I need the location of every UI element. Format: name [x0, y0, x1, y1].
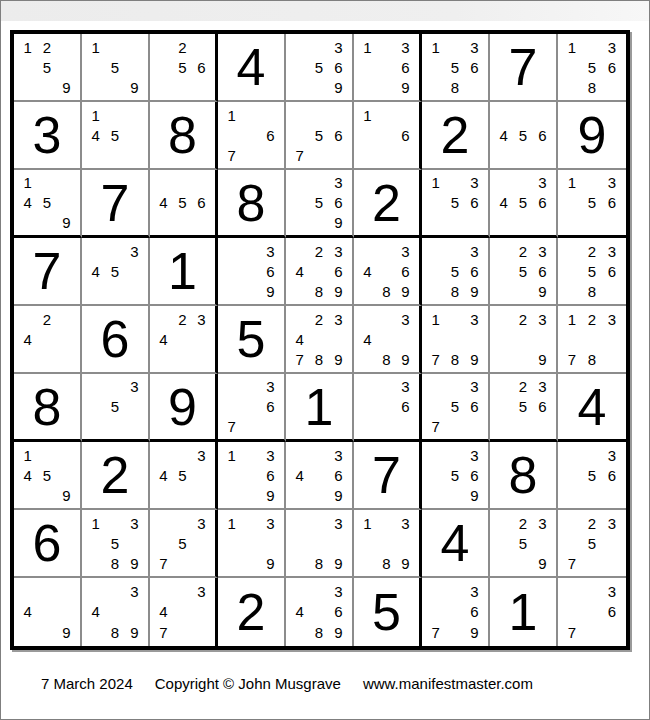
candidate-5	[309, 602, 328, 623]
cell-r5c1[interactable]: 24	[14, 306, 82, 374]
cell-r2c1[interactable]: 3	[14, 102, 82, 170]
cell-r9c9[interactable]: 367	[558, 578, 626, 646]
candidate-7: 7	[222, 416, 241, 436]
candidate-4	[562, 57, 582, 77]
candidate-9: 9	[125, 622, 144, 643]
candidate-3	[57, 173, 76, 193]
candidate-5	[513, 329, 532, 349]
solved-digit: 9	[578, 109, 607, 161]
cell-r4c1[interactable]: 7	[14, 238, 82, 306]
candidate-5: 5	[582, 261, 602, 281]
candidate-6	[329, 329, 348, 349]
candidate-4	[358, 125, 377, 145]
candidate-4	[290, 533, 309, 553]
candidate-4	[154, 57, 173, 77]
candidate-3: 3	[396, 241, 415, 261]
candidate-6	[57, 57, 76, 77]
candidate-8	[173, 77, 192, 97]
candidate-grid: 1369	[218, 442, 284, 508]
cell-r2c8[interactable]: 456	[490, 102, 558, 170]
cell-r2c6[interactable]: 16	[354, 102, 422, 170]
candidate-9	[192, 553, 211, 573]
candidate-6: 6	[261, 125, 280, 145]
cell-r7c7[interactable]: 3569	[422, 442, 490, 510]
candidate-3	[261, 105, 280, 125]
candidate-3: 3	[329, 581, 348, 602]
cell-r5c8[interactable]: 239	[490, 306, 558, 374]
candidate-3: 3	[192, 445, 211, 465]
candidate-8: 8	[309, 349, 328, 369]
cell-r2c9[interactable]: 9	[558, 102, 626, 170]
cell-r1c6[interactable]: 1369	[354, 34, 422, 102]
candidate-4	[358, 57, 377, 77]
cell-r1c1[interactable]: 1259	[14, 34, 82, 102]
candidate-3: 3	[602, 309, 622, 329]
cell-r9c6[interactable]: 5	[354, 578, 422, 646]
candidate-3	[57, 445, 76, 465]
candidate-6: 6	[329, 57, 348, 77]
candidate-3: 3	[329, 37, 348, 57]
candidate-1: 1	[222, 445, 241, 465]
solved-digit: 8	[237, 177, 266, 229]
cell-r6c4[interactable]: 367	[218, 374, 286, 442]
candidate-2: 2	[37, 309, 56, 329]
candidate-8	[173, 622, 192, 643]
candidate-grid: 167	[218, 102, 284, 168]
cell-r8c4[interactable]: 139	[218, 510, 286, 578]
candidate-6: 6	[329, 125, 348, 145]
candidate-grid: 49	[14, 578, 80, 646]
candidate-4: 4	[86, 125, 105, 145]
candidate-2	[309, 173, 328, 193]
cell-r5c3[interactable]: 234	[150, 306, 218, 374]
cell-r2c4[interactable]: 167	[218, 102, 286, 170]
candidate-1: 1	[86, 105, 105, 125]
candidate-grid: 356	[558, 442, 626, 508]
candidate-4	[562, 465, 582, 485]
header-strip	[1, 1, 649, 21]
cell-r5c4[interactable]: 5	[218, 306, 286, 374]
candidate-4	[358, 397, 377, 417]
cell-r8c1[interactable]: 6	[14, 510, 82, 578]
candidate-1: 1	[426, 173, 445, 193]
candidate-6	[192, 602, 211, 623]
cell-r2c3[interactable]: 8	[150, 102, 218, 170]
candidate-2	[173, 173, 192, 193]
candidate-4	[290, 193, 309, 213]
candidate-1	[494, 241, 513, 261]
candidate-3	[57, 581, 76, 602]
solved-digit: 9	[168, 381, 197, 433]
candidate-1	[290, 309, 309, 329]
candidate-9: 9	[396, 553, 415, 573]
candidate-8	[445, 622, 464, 643]
candidate-8	[582, 622, 602, 643]
candidate-1: 1	[222, 513, 241, 533]
candidate-9: 9	[396, 281, 415, 301]
candidate-2	[309, 513, 328, 533]
candidate-9	[602, 349, 622, 369]
candidate-5	[37, 602, 56, 623]
candidate-grid: 13568	[558, 34, 626, 100]
candidate-9	[192, 485, 211, 505]
candidate-9: 9	[329, 485, 348, 505]
cell-r7c5[interactable]: 3469	[286, 442, 354, 510]
candidate-7	[154, 349, 173, 369]
candidate-3	[192, 173, 211, 193]
candidate-2	[377, 513, 396, 533]
candidate-7	[426, 281, 445, 301]
candidate-4: 4	[290, 261, 309, 281]
cell-r6c3[interactable]: 9	[150, 374, 218, 442]
candidate-4	[426, 261, 445, 281]
candidate-3: 3	[125, 241, 144, 261]
candidate-6	[602, 329, 622, 349]
cell-r3c2[interactable]: 7	[82, 170, 150, 238]
candidate-4: 4	[358, 329, 377, 349]
candidate-6	[396, 533, 415, 553]
candidate-8	[513, 145, 532, 165]
candidate-9	[125, 281, 144, 301]
candidate-grid: 1459	[14, 170, 80, 235]
cell-r1c2[interactable]: 159	[82, 34, 150, 102]
cell-r4c4[interactable]: 369	[218, 238, 286, 306]
candidate-3: 3	[192, 513, 211, 533]
cell-r6c5[interactable]: 1	[286, 374, 354, 442]
candidate-4	[18, 57, 37, 77]
footer: 7 March 2024 Copyright © John Musgrave w…	[41, 675, 533, 692]
candidate-2: 2	[173, 37, 192, 57]
solved-digit: 6	[33, 517, 62, 569]
candidate-8	[582, 485, 602, 505]
candidate-4: 4	[494, 125, 513, 145]
cell-r7c4[interactable]: 1369	[218, 442, 286, 510]
footer-copyright: Copyright © John Musgrave	[155, 675, 341, 692]
candidate-8	[173, 349, 192, 369]
candidate-1	[290, 581, 309, 602]
cell-r6c6[interactable]: 36	[354, 374, 422, 442]
candidate-7	[562, 212, 582, 232]
candidate-grid: 16	[354, 102, 419, 168]
candidate-2	[105, 37, 124, 57]
candidate-9: 9	[396, 349, 415, 369]
candidate-6: 6	[465, 57, 484, 77]
candidate-5	[241, 533, 260, 553]
cell-r3c6[interactable]: 2	[354, 170, 422, 238]
candidate-1	[426, 581, 445, 602]
cell-r3c8[interactable]: 3456	[490, 170, 558, 238]
candidate-5: 5	[582, 533, 602, 553]
cell-r3c1[interactable]: 1459	[14, 170, 82, 238]
cell-r2c2[interactable]: 145	[82, 102, 150, 170]
candidate-4: 4	[358, 261, 377, 281]
cell-r6c7[interactable]: 3567	[422, 374, 490, 442]
candidate-1: 1	[358, 37, 377, 57]
candidate-8: 8	[309, 622, 328, 643]
candidate-7	[86, 145, 105, 165]
candidate-9	[465, 212, 484, 232]
solved-digit: 7	[101, 177, 130, 229]
solved-digit: 7	[372, 449, 401, 501]
candidate-8	[241, 145, 260, 165]
candidate-2: 2	[582, 513, 602, 533]
candidate-1	[562, 445, 582, 465]
cell-r7c8[interactable]: 8	[490, 442, 558, 510]
candidate-grid: 159	[82, 34, 148, 100]
candidate-grid: 456	[490, 102, 556, 168]
candidate-1: 1	[426, 37, 445, 57]
cell-r4c9[interactable]: 23568	[558, 238, 626, 306]
candidate-2	[582, 581, 602, 602]
cell-r9c4[interactable]: 2	[218, 578, 286, 646]
candidate-7	[18, 485, 37, 505]
solved-digit: 8	[509, 449, 538, 501]
candidate-2	[445, 37, 464, 57]
candidate-8	[37, 349, 56, 369]
candidate-5	[105, 602, 124, 623]
candidate-5: 5	[173, 193, 192, 213]
candidate-grid: 367	[558, 578, 626, 646]
candidate-7	[426, 485, 445, 505]
candidate-4: 4	[86, 261, 105, 281]
candidate-7: 7	[426, 349, 445, 369]
cell-r2c7[interactable]: 2	[422, 102, 490, 170]
candidate-2	[309, 445, 328, 465]
candidate-6	[533, 329, 552, 349]
candidate-5	[445, 602, 464, 623]
cell-r1c4[interactable]: 4	[218, 34, 286, 102]
candidate-grid: 13568	[422, 34, 488, 100]
cell-r1c5[interactable]: 3569	[286, 34, 354, 102]
candidate-7	[358, 145, 377, 165]
cell-r5c2[interactable]: 6	[82, 306, 150, 374]
cell-r7c6[interactable]: 7	[354, 442, 422, 510]
candidate-5: 5	[309, 193, 328, 213]
candidate-4	[154, 533, 173, 553]
candidate-grid: 3679	[422, 578, 488, 646]
candidate-2: 2	[309, 309, 328, 329]
cell-r9c5[interactable]: 34689	[286, 578, 354, 646]
candidate-5: 5	[309, 57, 328, 77]
candidate-9	[465, 416, 484, 436]
candidate-1	[494, 309, 513, 329]
candidate-8	[513, 281, 532, 301]
candidate-9: 9	[465, 485, 484, 505]
cell-r8c2[interactable]: 13589	[82, 510, 150, 578]
cell-r9c1[interactable]: 49	[14, 578, 82, 646]
cell-r6c1[interactable]: 8	[14, 374, 82, 442]
candidate-6	[57, 193, 76, 213]
candidate-5	[377, 57, 396, 77]
candidate-7	[154, 77, 173, 97]
candidate-6	[57, 602, 76, 623]
candidate-grid: 357	[150, 510, 215, 576]
cell-r8c6[interactable]: 1389	[354, 510, 422, 578]
candidate-5	[241, 125, 260, 145]
candidate-1	[494, 105, 513, 125]
candidate-8	[241, 485, 260, 505]
cell-r3c3[interactable]: 456	[150, 170, 218, 238]
candidate-1	[494, 173, 513, 193]
candidate-7: 7	[562, 622, 582, 643]
cell-r4c5[interactable]: 234689	[286, 238, 354, 306]
cell-r3c5[interactable]: 3569	[286, 170, 354, 238]
candidate-7	[86, 77, 105, 97]
candidate-3: 3	[465, 173, 484, 193]
candidate-8	[105, 145, 124, 165]
candidate-4	[426, 397, 445, 417]
cell-r5c9[interactable]: 12378	[558, 306, 626, 374]
cell-r8c8[interactable]: 2359	[490, 510, 558, 578]
candidate-7	[358, 553, 377, 573]
candidate-5: 5	[445, 193, 464, 213]
cell-r1c3[interactable]: 256	[150, 34, 218, 102]
candidate-7	[290, 212, 309, 232]
candidate-1	[562, 241, 582, 261]
candidate-5: 5	[173, 57, 192, 77]
candidate-grid: 24	[14, 306, 80, 372]
cell-r4c6[interactable]: 34689	[354, 238, 422, 306]
candidate-5: 5	[37, 193, 56, 213]
candidate-3: 3	[465, 377, 484, 397]
candidate-1	[86, 377, 105, 397]
candidate-4: 4	[494, 193, 513, 213]
candidate-2	[173, 581, 192, 602]
cell-r5c7[interactable]: 13789	[422, 306, 490, 374]
cell-r7c9[interactable]: 356	[558, 442, 626, 510]
candidate-2	[377, 37, 396, 57]
cell-r8c7[interactable]: 4	[422, 510, 490, 578]
candidate-2	[582, 445, 602, 465]
cell-r1c9[interactable]: 13568	[558, 34, 626, 102]
cell-r9c3[interactable]: 347	[150, 578, 218, 646]
cell-r6c9[interactable]: 4	[558, 374, 626, 442]
candidate-8	[173, 553, 192, 573]
candidate-6: 6	[329, 193, 348, 213]
candidate-4: 4	[18, 602, 37, 623]
candidate-4	[222, 397, 241, 417]
candidate-8	[445, 416, 464, 436]
candidate-9	[602, 485, 622, 505]
cell-r7c3[interactable]: 345	[150, 442, 218, 510]
candidate-4: 4	[290, 602, 309, 623]
candidate-8: 8	[582, 77, 602, 97]
solved-digit: 3	[33, 109, 62, 161]
candidate-6: 6	[533, 397, 552, 417]
candidate-4: 4	[18, 329, 37, 349]
solved-digit: 2	[372, 177, 401, 229]
candidate-6: 6	[192, 193, 211, 213]
candidate-5: 5	[105, 57, 124, 77]
cell-r4c2[interactable]: 345	[82, 238, 150, 306]
candidate-5: 5	[582, 465, 602, 485]
candidate-6: 6	[602, 193, 622, 213]
candidate-9	[57, 349, 76, 369]
candidate-4	[222, 533, 241, 553]
cell-r9c7[interactable]: 3679	[422, 578, 490, 646]
candidate-3: 3	[261, 513, 280, 533]
candidate-2	[309, 37, 328, 57]
candidate-6	[465, 329, 484, 349]
candidate-grid: 389	[286, 510, 352, 576]
solved-digit: 8	[168, 109, 197, 161]
candidate-2	[445, 581, 464, 602]
candidate-2	[513, 173, 532, 193]
candidate-6	[261, 533, 280, 553]
cell-r6c8[interactable]: 2356	[490, 374, 558, 442]
cell-r5c5[interactable]: 234789	[286, 306, 354, 374]
solved-digit: 1	[168, 245, 197, 297]
candidate-4	[562, 602, 582, 623]
cell-r4c7[interactable]: 35689	[422, 238, 490, 306]
cell-r8c9[interactable]: 2357	[558, 510, 626, 578]
cell-r7c2[interactable]: 2	[82, 442, 150, 510]
candidate-1	[494, 377, 513, 397]
cell-r4c3[interactable]: 1	[150, 238, 218, 306]
candidate-9: 9	[261, 553, 280, 573]
candidate-7	[562, 77, 582, 97]
candidate-5	[173, 602, 192, 623]
candidate-7	[494, 281, 513, 301]
candidate-grid: 23568	[558, 238, 626, 304]
cell-r6c2[interactable]: 35	[82, 374, 150, 442]
candidate-4: 4	[18, 193, 37, 213]
cell-r3c9[interactable]: 1356	[558, 170, 626, 238]
candidate-5	[309, 465, 328, 485]
candidate-grid: 456	[150, 170, 215, 235]
candidate-6: 6	[465, 261, 484, 281]
cell-r5c6[interactable]: 3489	[354, 306, 422, 374]
candidate-3	[57, 309, 76, 329]
candidate-8	[37, 622, 56, 643]
candidate-7	[86, 281, 105, 301]
cell-r8c3[interactable]: 357	[150, 510, 218, 578]
cell-r3c4[interactable]: 8	[218, 170, 286, 238]
candidate-grid: 13789	[422, 306, 488, 372]
candidate-4: 4	[154, 329, 173, 349]
candidate-1	[154, 173, 173, 193]
candidate-1	[154, 445, 173, 465]
candidate-3: 3	[533, 309, 552, 329]
candidate-9: 9	[329, 212, 348, 232]
candidate-4: 4	[290, 329, 309, 349]
cell-r7c1[interactable]: 1459	[14, 442, 82, 510]
cell-r3c7[interactable]: 1356	[422, 170, 490, 238]
candidate-1	[290, 241, 309, 261]
cell-r2c5[interactable]: 567	[286, 102, 354, 170]
candidate-1	[290, 37, 309, 57]
candidate-4	[222, 261, 241, 281]
cell-r9c8[interactable]: 1	[490, 578, 558, 646]
candidate-4	[426, 602, 445, 623]
candidate-8	[309, 77, 328, 97]
candidate-2: 2	[513, 513, 532, 533]
cell-r8c5[interactable]: 389	[286, 510, 354, 578]
cell-r1c7[interactable]: 13568	[422, 34, 490, 102]
candidate-9: 9	[533, 281, 552, 301]
candidate-7	[426, 212, 445, 232]
candidate-7	[494, 349, 513, 369]
candidate-8	[513, 212, 532, 232]
cell-r4c8[interactable]: 23569	[490, 238, 558, 306]
candidate-7	[18, 77, 37, 97]
candidate-4	[86, 533, 105, 553]
cell-r1c8[interactable]: 7	[490, 34, 558, 102]
candidate-2	[513, 105, 532, 125]
solved-digit: 7	[33, 245, 62, 297]
cell-r9c2[interactable]: 3489	[82, 578, 150, 646]
candidate-9: 9	[261, 485, 280, 505]
